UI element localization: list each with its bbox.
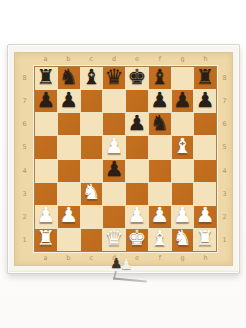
square-e8[interactable]: ♚ xyxy=(126,67,148,89)
photo-background: abcdefgh abcdefgh 87654321 87654321 ♜♞♝♛… xyxy=(0,0,246,328)
white-pawn-d5: ♟ xyxy=(105,136,124,157)
file-label-f: f xyxy=(148,53,171,66)
square-f8[interactable]: ♝ xyxy=(149,67,171,89)
rank-label-7: 7 xyxy=(217,89,232,112)
square-b1[interactable] xyxy=(58,229,80,251)
square-b7[interactable]: ♟ xyxy=(58,90,80,112)
square-e5[interactable] xyxy=(126,136,148,158)
black-pawn-f7: ♟ xyxy=(150,90,169,111)
square-d6[interactable] xyxy=(103,113,125,135)
black-pawn-b7: ♟ xyxy=(59,90,78,111)
white-rook-h1: ♜ xyxy=(196,228,215,249)
white-pawn-g2: ♟ xyxy=(173,205,192,226)
square-b2[interactable]: ♟ xyxy=(58,206,80,228)
rank-label-7: 7 xyxy=(15,89,34,112)
square-d7[interactable] xyxy=(103,90,125,112)
rank-label-5: 5 xyxy=(15,136,34,159)
file-label-d: d xyxy=(103,53,126,66)
rank-label-5: 5 xyxy=(217,136,232,159)
square-h2[interactable]: ♟ xyxy=(194,206,216,228)
square-g7[interactable]: ♟ xyxy=(172,90,194,112)
black-king-e8: ♚ xyxy=(127,67,146,88)
board-surface: abcdefgh abcdefgh 87654321 87654321 ♜♞♝♛… xyxy=(14,52,233,266)
square-f6[interactable]: ♞ xyxy=(149,113,171,135)
square-c7[interactable] xyxy=(81,90,103,112)
rank-labels-right: 87654321 xyxy=(217,66,232,252)
white-knight-g1: ♞ xyxy=(173,228,192,249)
black-pawn-g7: ♟ xyxy=(173,90,192,111)
square-e1[interactable]: ♚ xyxy=(126,229,148,251)
square-e2[interactable]: ♟ xyxy=(126,206,148,228)
square-c8[interactable]: ♝ xyxy=(81,67,103,89)
square-g6[interactable] xyxy=(172,113,194,135)
square-a3[interactable] xyxy=(35,183,57,205)
rank-label-2: 2 xyxy=(217,206,232,229)
square-h7[interactable]: ♟ xyxy=(194,90,216,112)
square-h4[interactable] xyxy=(194,160,216,182)
file-label-h: h xyxy=(194,53,217,66)
black-pawn-e6: ♟ xyxy=(127,113,146,134)
square-h8[interactable]: ♜ xyxy=(194,67,216,89)
square-e7[interactable] xyxy=(126,90,148,112)
demo-board-frame: abcdefgh abcdefgh 87654321 87654321 ♜♞♝♛… xyxy=(7,44,240,274)
file-label-a: a xyxy=(34,252,57,265)
white-bishop-g5: ♝ xyxy=(173,136,192,157)
black-queen-d8: ♛ xyxy=(105,67,124,88)
square-h3[interactable] xyxy=(194,183,216,205)
hanging-hook-icon xyxy=(113,278,147,283)
square-f5[interactable] xyxy=(149,136,171,158)
square-e6[interactable]: ♟ xyxy=(126,113,148,135)
square-d4[interactable]: ♟ xyxy=(103,160,125,182)
square-c5[interactable] xyxy=(81,136,103,158)
white-knight-c3: ♞ xyxy=(82,182,101,203)
square-f3[interactable] xyxy=(149,183,171,205)
square-d2[interactable] xyxy=(103,206,125,228)
rank-label-3: 3 xyxy=(217,182,232,205)
file-label-g: g xyxy=(171,53,194,66)
spare-piece-tray: ♟♟ xyxy=(108,253,148,273)
square-d5[interactable]: ♟ xyxy=(103,136,125,158)
square-a7[interactable]: ♟ xyxy=(35,90,57,112)
square-a2[interactable]: ♟ xyxy=(35,206,57,228)
black-rook-a8: ♜ xyxy=(36,67,55,88)
board-grid: ♜♞♝♛♚♝♜♟♟♟♟♟♟♞♟♝♟♞♟♟♟♟♟♟♜♛♚♝♞♜ xyxy=(34,66,217,252)
file-label-c: c xyxy=(80,252,103,265)
rank-label-3: 3 xyxy=(15,182,34,205)
file-label-c: c xyxy=(80,53,103,66)
spare-white-pawn: ♟ xyxy=(120,257,133,271)
square-h1[interactable]: ♜ xyxy=(194,229,216,251)
rank-label-4: 4 xyxy=(15,159,34,182)
rank-label-6: 6 xyxy=(217,113,232,136)
square-d1[interactable]: ♛ xyxy=(103,229,125,251)
square-h6[interactable] xyxy=(194,113,216,135)
square-b6[interactable] xyxy=(58,113,80,135)
square-a5[interactable] xyxy=(35,136,57,158)
square-d3[interactable] xyxy=(103,183,125,205)
file-label-a: a xyxy=(34,53,57,66)
square-f7[interactable]: ♟ xyxy=(149,90,171,112)
square-g1[interactable]: ♞ xyxy=(172,229,194,251)
square-a8[interactable]: ♜ xyxy=(35,67,57,89)
square-h5[interactable] xyxy=(194,136,216,158)
square-g4[interactable] xyxy=(172,160,194,182)
black-knight-b8: ♞ xyxy=(59,67,78,88)
white-bishop-f1: ♝ xyxy=(150,228,169,249)
square-b8[interactable]: ♞ xyxy=(58,67,80,89)
black-rook-h8: ♜ xyxy=(196,67,215,88)
file-label-b: b xyxy=(57,53,80,66)
file-label-e: e xyxy=(126,53,149,66)
square-c2[interactable] xyxy=(81,206,103,228)
square-d8[interactable]: ♛ xyxy=(103,67,125,89)
square-b4[interactable] xyxy=(58,160,80,182)
white-pawn-e2: ♟ xyxy=(127,205,146,226)
file-labels-top: abcdefgh xyxy=(34,53,217,66)
square-b5[interactable] xyxy=(58,136,80,158)
rank-label-6: 6 xyxy=(15,113,34,136)
white-pawn-b2: ♟ xyxy=(59,205,78,226)
square-g2[interactable]: ♟ xyxy=(172,206,194,228)
file-label-g: g xyxy=(171,252,194,265)
black-pawn-h7: ♟ xyxy=(196,90,215,111)
file-label-b: b xyxy=(57,252,80,265)
black-bishop-f8: ♝ xyxy=(150,67,169,88)
square-c1[interactable] xyxy=(81,229,103,251)
square-a4[interactable] xyxy=(35,160,57,182)
square-a1[interactable]: ♜ xyxy=(35,229,57,251)
rank-label-2: 2 xyxy=(15,206,34,229)
black-bishop-c8: ♝ xyxy=(82,67,101,88)
square-g8[interactable] xyxy=(172,67,194,89)
white-pawn-a2: ♟ xyxy=(36,205,55,226)
rank-label-1: 1 xyxy=(217,229,232,252)
square-b3[interactable] xyxy=(58,183,80,205)
rank-label-1: 1 xyxy=(15,229,34,252)
square-e3[interactable] xyxy=(126,183,148,205)
rank-label-4: 4 xyxy=(217,159,232,182)
white-pawn-f2: ♟ xyxy=(150,205,169,226)
file-label-f: f xyxy=(148,252,171,265)
square-f2[interactable]: ♟ xyxy=(149,206,171,228)
square-c4[interactable] xyxy=(81,160,103,182)
square-g5[interactable]: ♝ xyxy=(172,136,194,158)
square-a6[interactable] xyxy=(35,113,57,135)
black-pawn-a7: ♟ xyxy=(36,90,55,111)
rank-labels-left: 87654321 xyxy=(15,66,34,252)
square-e4[interactable] xyxy=(126,160,148,182)
square-f4[interactable] xyxy=(149,160,171,182)
black-pawn-d4: ♟ xyxy=(105,159,124,180)
file-label-h: h xyxy=(194,252,217,265)
white-pawn-h2: ♟ xyxy=(196,205,215,226)
rank-label-8: 8 xyxy=(217,66,232,89)
black-knight-f6: ♞ xyxy=(150,113,169,134)
white-queen-d1: ♛ xyxy=(105,228,124,249)
square-c6[interactable] xyxy=(81,113,103,135)
square-f1[interactable]: ♝ xyxy=(149,229,171,251)
square-g3[interactable] xyxy=(172,183,194,205)
square-c3[interactable]: ♞ xyxy=(81,183,103,205)
white-king-e1: ♚ xyxy=(127,228,146,249)
rank-label-8: 8 xyxy=(15,66,34,89)
white-rook-a1: ♜ xyxy=(36,228,55,249)
